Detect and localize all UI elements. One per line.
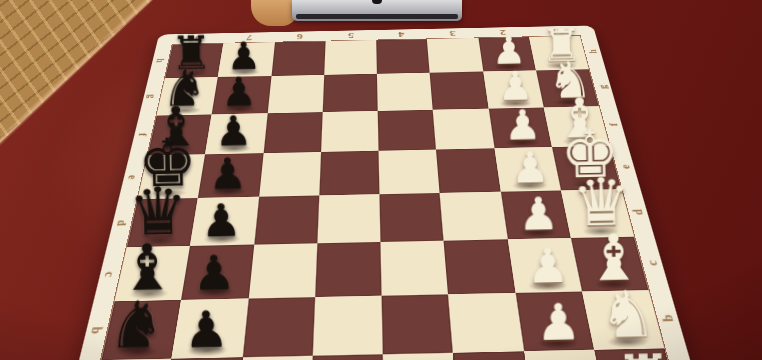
square-g5[interactable]	[322, 74, 377, 112]
square-g4[interactable]	[377, 73, 433, 111]
label-rank-6: 6	[297, 32, 304, 42]
square-f6[interactable]	[263, 112, 322, 153]
square-c2[interactable]: ♟	[507, 238, 581, 292]
piece-white-pawn-d2[interactable]: ♟	[517, 191, 559, 237]
piece-black-knight-b8[interactable]: ♞	[107, 292, 166, 357]
square-f4[interactable]	[378, 109, 437, 150]
square-c3[interactable]	[444, 240, 515, 294]
label-rank-5: 5	[348, 30, 354, 40]
square-c4[interactable]	[380, 241, 448, 295]
piece-white-rook-a1[interactable]: ♜	[613, 346, 673, 360]
square-b3[interactable]	[448, 292, 523, 352]
square-b4[interactable]	[382, 294, 454, 354]
square-c7[interactable]: ♟	[181, 245, 253, 300]
board-grid: ♜♟♟♜♞♟♟♞♝♟♟♝♚♟♟♚♛♟♟♛♝♟♟♝♞♟♟♞♜♟♟♜	[85, 35, 684, 360]
square-b2[interactable]: ♟	[515, 291, 594, 351]
square-d3[interactable]	[440, 192, 507, 241]
tan-background-object	[251, 0, 298, 26]
piece-black-rook-a8[interactable]: ♜	[94, 357, 154, 360]
square-c6[interactable]	[248, 244, 317, 298]
square-g3[interactable]	[430, 72, 488, 110]
square-e2[interactable]: ♟	[494, 147, 561, 192]
piece-black-pawn-b7[interactable]: ♟	[184, 304, 230, 355]
label-file-left-d: d	[113, 216, 130, 231]
piece-white-knight-b1[interactable]: ♞	[598, 282, 657, 347]
piece-white-pawn-b2[interactable]: ♟	[535, 297, 581, 348]
label-file-right-d: d	[629, 205, 647, 220]
square-d4[interactable]	[379, 193, 443, 242]
square-h6[interactable]	[271, 41, 325, 76]
piece-white-pawn-e2[interactable]: ♟	[510, 146, 550, 190]
piece-black-pawn-f7[interactable]: ♟	[215, 110, 253, 152]
chess-clock-button	[372, 0, 382, 4]
chess-clock-slot	[296, 14, 458, 19]
square-b6[interactable]	[242, 297, 315, 357]
square-e4[interactable]	[379, 149, 440, 194]
square-a1[interactable]: ♜	[594, 348, 682, 360]
square-e3[interactable]	[436, 148, 500, 193]
label-file-right-b: b	[658, 310, 678, 328]
piece-black-pawn-d7[interactable]: ♟	[201, 198, 243, 244]
label-file-left-b: b	[87, 322, 106, 340]
square-h4[interactable]	[376, 39, 430, 74]
square-d7[interactable]: ♟	[190, 197, 258, 246]
piece-black-pawn-c7[interactable]: ♟	[193, 248, 237, 297]
chess-clock	[292, 0, 462, 21]
label-file-left-c: c	[101, 266, 119, 282]
square-h3[interactable]	[427, 38, 483, 73]
square-e7[interactable]: ♟	[198, 153, 263, 198]
piece-white-pawn-f2[interactable]: ♟	[503, 104, 541, 146]
square-h5[interactable]	[324, 40, 377, 75]
square-e6[interactable]	[259, 152, 321, 197]
square-d2[interactable]: ♟	[500, 190, 570, 239]
square-a4[interactable]	[383, 352, 459, 360]
square-e5[interactable]	[319, 151, 379, 196]
label-file-right-c: c	[643, 255, 662, 271]
chess-board: ♜♟♟♜♞♟♟♞♝♟♟♝♚♟♟♚♛♟♟♛♝♟♟♝♞♟♟♞♜♟♟♜ 8765432…	[57, 25, 712, 360]
square-d5[interactable]	[317, 194, 380, 243]
square-a5[interactable]	[310, 354, 384, 360]
piece-black-pawn-e7[interactable]: ♟	[208, 152, 248, 196]
label-rank-3: 3	[449, 28, 456, 38]
square-a6[interactable]	[235, 355, 312, 360]
square-f5[interactable]	[321, 111, 379, 152]
square-g6[interactable]	[267, 75, 324, 113]
square-f3[interactable]	[433, 108, 494, 149]
square-b7[interactable]: ♟	[172, 298, 248, 358]
square-a3[interactable]	[453, 351, 533, 360]
square-c5[interactable]	[315, 242, 382, 296]
piece-white-pawn-c2[interactable]: ♟	[526, 241, 570, 290]
label-rank-4: 4	[398, 29, 405, 39]
square-d6[interactable]	[254, 195, 319, 244]
square-b5[interactable]	[312, 295, 382, 355]
photo-scene: ♜♟♟♜♞♟♟♞♝♟♟♝♚♟♟♚♛♟♟♛♝♟♟♝♞♟♟♞♜♟♟♜ 8765432…	[0, 0, 762, 360]
